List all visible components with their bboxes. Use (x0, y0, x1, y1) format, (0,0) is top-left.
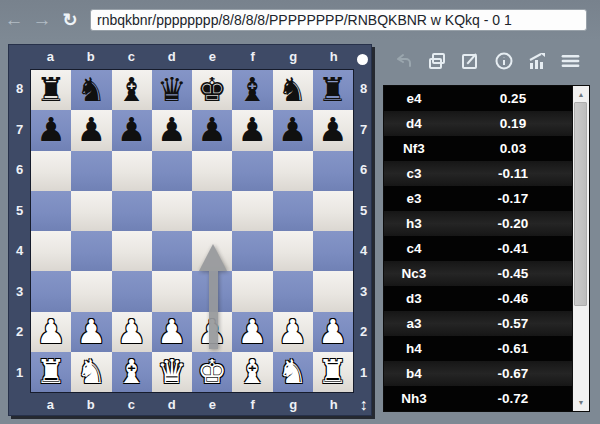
move-san: h4 (384, 341, 444, 356)
rank-label-7: 7 (9, 110, 30, 151)
move-eval: 0.19 (468, 116, 558, 131)
rank-label-8: 8 (354, 69, 373, 110)
move-san: b4 (384, 366, 444, 381)
move-eval: -0.72 (468, 391, 558, 406)
menu-icon[interactable] (560, 51, 581, 72)
black-king[interactable]: ♚ (192, 70, 232, 110)
scrollbar-thumb[interactable] (574, 102, 587, 306)
move-san: c4 (384, 241, 444, 256)
black-rook[interactable]: ♜ (31, 70, 71, 110)
square-b6[interactable] (71, 151, 111, 191)
square-f6[interactable] (232, 151, 272, 191)
white-bishop[interactable]: ♝ (112, 352, 152, 392)
board-corner (9, 45, 30, 69)
square-e8[interactable]: ♚ (192, 70, 232, 110)
file-label-a: a (30, 393, 71, 417)
forward-icon[interactable]: → (28, 9, 56, 31)
info-icon[interactable] (493, 51, 514, 72)
square-a4[interactable] (31, 231, 71, 271)
square-h7[interactable]: ♟ (313, 110, 353, 150)
file-label-h: h (314, 45, 355, 69)
white-bishop[interactable]: ♝ (232, 352, 272, 392)
scroll-down-icon[interactable]: ▼ (573, 395, 589, 410)
squares-grid: ♜♞♝♛♚♝♞♜♟♟♟♟♟♟♟♟♟♟♟♟♟♟♟♟♜♞♝♛♚♝♞♜ (31, 70, 353, 392)
analysis-toolbar (384, 46, 590, 76)
square-d1[interactable]: ♛ (152, 352, 192, 392)
move-san: d3 (384, 291, 444, 306)
move-san: Nc3 (384, 266, 444, 281)
rank-label-5: 5 (354, 191, 373, 232)
square-g3[interactable] (273, 271, 313, 311)
move-row-h4[interactable]: h4-0.61 (384, 336, 572, 361)
analysis-panel: e40.25d40.19Nf30.03c3-0.11e3-0.17h3-0.20… (383, 85, 590, 412)
square-f5[interactable] (232, 191, 272, 231)
move-san: e4 (384, 91, 444, 106)
square-f8[interactable]: ♝ (232, 70, 272, 110)
file-label-e: e (192, 393, 233, 417)
square-c1[interactable]: ♝ (112, 352, 152, 392)
white-rook[interactable]: ♜ (31, 352, 71, 392)
move-eval: -0.20 (468, 216, 558, 231)
move-list: e40.25d40.19Nf30.03c3-0.11e3-0.17h3-0.20… (384, 86, 572, 411)
rank-label-8: 8 (9, 69, 30, 110)
white-queen[interactable]: ♛ (152, 352, 192, 392)
square-c8[interactable]: ♝ (112, 70, 152, 110)
fen-input[interactable] (90, 9, 587, 31)
undo-icon[interactable] (393, 51, 414, 72)
move-eval: -0.17 (468, 191, 558, 206)
rank-label-3: 3 (354, 272, 373, 313)
white-pawn[interactable]: ♟ (313, 312, 353, 352)
square-a1[interactable]: ♜ (31, 352, 71, 392)
black-pawn[interactable]: ♟ (152, 110, 192, 150)
square-d8[interactable]: ♛ (152, 70, 192, 110)
square-h2[interactable]: ♟ (313, 312, 353, 352)
copy-icon[interactable] (426, 51, 447, 72)
rank-labels-left: 87654321 (9, 69, 30, 393)
square-d3[interactable] (152, 271, 192, 311)
file-label-f: f (233, 45, 274, 69)
square-b8[interactable]: ♞ (71, 70, 111, 110)
file-label-b: b (71, 45, 112, 69)
black-pawn[interactable]: ♟ (273, 110, 313, 150)
black-pawn[interactable]: ♟ (313, 110, 353, 150)
move-row-a3[interactable]: a3-0.57 (384, 311, 572, 336)
square-a8[interactable]: ♜ (31, 70, 71, 110)
square-d4[interactable] (152, 231, 192, 271)
white-pawn[interactable]: ♟ (273, 312, 313, 352)
move-row-Nh3[interactable]: Nh3-0.72 (384, 386, 572, 411)
white-king[interactable]: ♚ (192, 352, 232, 392)
square-f3[interactable] (232, 271, 272, 311)
move-row-c3[interactable]: c3-0.11 (384, 161, 572, 186)
white-rook[interactable]: ♜ (313, 352, 353, 392)
toolbar: ← → ↻ (0, 0, 600, 40)
square-b5[interactable] (71, 191, 111, 231)
file-label-b: b (71, 393, 112, 417)
file-labels-top: abcdefgh (30, 45, 354, 69)
move-row-Nc3[interactable]: Nc3-0.45 (384, 261, 572, 286)
square-h1[interactable]: ♜ (313, 352, 353, 392)
file-label-a: a (30, 45, 71, 69)
turn-indicator-corner (354, 45, 373, 69)
rank-label-2: 2 (9, 312, 30, 353)
black-pawn[interactable]: ♟ (112, 110, 152, 150)
square-b7[interactable]: ♟ (71, 110, 111, 150)
square-g1[interactable]: ♞ (273, 352, 313, 392)
flip-corner: ↕ (354, 393, 373, 417)
square-c2[interactable]: ♟ (112, 312, 152, 352)
white-pawn[interactable]: ♟ (71, 312, 111, 352)
move-eval: -0.11 (468, 166, 558, 181)
white-pawn[interactable]: ♟ (152, 312, 192, 352)
white-knight[interactable]: ♞ (273, 352, 313, 392)
square-f4[interactable] (232, 231, 272, 271)
black-pawn[interactable]: ♟ (71, 110, 111, 150)
scroll-up-icon[interactable]: ▲ (573, 87, 589, 102)
flip-board-icon[interactable]: ↕ (354, 394, 373, 416)
square-d5[interactable] (152, 191, 192, 231)
square-b3[interactable] (71, 271, 111, 311)
file-label-d: d (152, 45, 193, 69)
file-label-g: g (273, 45, 314, 69)
black-pawn[interactable]: ♟ (232, 110, 272, 150)
rank-label-1: 1 (354, 353, 373, 394)
square-a2[interactable]: ♟ (31, 312, 71, 352)
rank-label-6: 6 (354, 150, 373, 191)
square-c7[interactable]: ♟ (112, 110, 152, 150)
square-f7[interactable]: ♟ (232, 110, 272, 150)
square-a3[interactable] (31, 271, 71, 311)
square-c3[interactable] (112, 271, 152, 311)
board-corner (9, 393, 30, 417)
square-c4[interactable] (112, 231, 152, 271)
square-a7[interactable]: ♟ (31, 110, 71, 150)
file-labels-bottom: abcdefgh (30, 393, 354, 417)
file-label-e: e (192, 45, 233, 69)
move-san: Nh3 (384, 391, 444, 406)
move-row-h3[interactable]: h3-0.20 (384, 211, 572, 236)
square-b4[interactable] (71, 231, 111, 271)
move-row-e3[interactable]: e3-0.17 (384, 186, 572, 211)
white-pawn[interactable]: ♟ (31, 312, 71, 352)
white-pawn[interactable]: ♟ (192, 312, 232, 352)
move-row-d3[interactable]: d3-0.46 (384, 286, 572, 311)
file-label-h: h (314, 393, 355, 417)
file-label-c: c (111, 393, 152, 417)
square-e6[interactable] (192, 151, 232, 191)
square-a6[interactable] (31, 151, 71, 191)
rank-label-7: 7 (354, 110, 373, 151)
rank-labels-right: 87654321 (354, 69, 373, 393)
black-pawn[interactable]: ♟ (31, 110, 71, 150)
square-f1[interactable]: ♝ (232, 352, 272, 392)
square-e3[interactable] (192, 271, 232, 311)
move-list-scrollbar[interactable]: ▲ ▼ (572, 86, 589, 411)
move-eval: -0.57 (468, 316, 558, 331)
white-knight[interactable]: ♞ (71, 352, 111, 392)
move-eval: 0.03 (468, 141, 558, 156)
white-pawn[interactable]: ♟ (232, 312, 272, 352)
black-pawn[interactable]: ♟ (192, 110, 232, 150)
square-g6[interactable] (273, 151, 313, 191)
white-pawn[interactable]: ♟ (112, 312, 152, 352)
rank-label-1: 1 (9, 353, 30, 394)
black-knight[interactable]: ♞ (273, 70, 313, 110)
move-eval: -0.61 (468, 341, 558, 356)
square-g2[interactable]: ♟ (273, 312, 313, 352)
square-g7[interactable]: ♟ (273, 110, 313, 150)
rank-label-4: 4 (354, 231, 373, 272)
square-c5[interactable] (112, 191, 152, 231)
square-h5[interactable] (313, 191, 353, 231)
square-h3[interactable] (313, 271, 353, 311)
refresh-icon[interactable]: ↻ (56, 9, 84, 31)
move-san: h3 (384, 216, 444, 231)
black-bishop[interactable]: ♝ (112, 70, 152, 110)
move-san: e3 (384, 191, 444, 206)
move-san: c3 (384, 166, 444, 181)
file-label-c: c (111, 45, 152, 69)
move-row-c4[interactable]: c4-0.41 (384, 236, 572, 261)
black-knight[interactable]: ♞ (71, 70, 111, 110)
edit-icon[interactable] (460, 51, 481, 72)
move-eval: -0.67 (468, 366, 558, 381)
square-e7[interactable]: ♟ (192, 110, 232, 150)
square-e5[interactable] (192, 191, 232, 231)
square-g5[interactable] (273, 191, 313, 231)
chart-icon[interactable] (527, 51, 548, 72)
black-rook[interactable]: ♜ (313, 70, 353, 110)
file-label-d: d (152, 393, 193, 417)
move-eval: 0.25 (468, 91, 558, 106)
black-bishop[interactable]: ♝ (232, 70, 272, 110)
rank-label-2: 2 (354, 312, 373, 353)
square-b2[interactable]: ♟ (71, 312, 111, 352)
move-eval: -0.45 (468, 266, 558, 281)
square-e2[interactable]: ♟ (192, 312, 232, 352)
square-a5[interactable] (31, 191, 71, 231)
move-san: d4 (384, 116, 444, 131)
back-icon[interactable]: ← (0, 9, 28, 31)
square-h4[interactable] (313, 231, 353, 271)
move-san: Nf3 (384, 141, 444, 156)
board-squares-area: ♜♞♝♛♚♝♞♜♟♟♟♟♟♟♟♟♟♟♟♟♟♟♟♟♜♞♝♛♚♝♞♜ (30, 69, 354, 393)
square-e4[interactable] (192, 231, 232, 271)
square-d7[interactable]: ♟ (152, 110, 192, 150)
square-c6[interactable] (112, 151, 152, 191)
rank-label-3: 3 (9, 272, 30, 313)
rank-label-5: 5 (9, 191, 30, 232)
square-d2[interactable]: ♟ (152, 312, 192, 352)
move-eval: -0.41 (468, 241, 558, 256)
file-label-g: g (273, 393, 314, 417)
rank-label-4: 4 (9, 231, 30, 272)
move-row-Nf3[interactable]: Nf30.03 (384, 136, 572, 161)
rank-label-6: 6 (9, 150, 30, 191)
square-b1[interactable]: ♞ (71, 352, 111, 392)
move-row-b4[interactable]: b4-0.67 (384, 361, 572, 386)
square-e1[interactable]: ♚ (192, 352, 232, 392)
move-row-e4[interactable]: e40.25 (384, 86, 572, 111)
square-h8[interactable]: ♜ (313, 70, 353, 110)
chess-board: abcdefgh 87654321 ♜♞♝♛♚♝♞♜♟♟♟♟♟♟♟♟♟♟♟♟♟♟… (8, 44, 372, 416)
move-san: a3 (384, 316, 444, 331)
white-to-move-indicator (357, 54, 368, 65)
move-row-d4[interactable]: d40.19 (384, 111, 572, 136)
move-eval: -0.46 (468, 291, 558, 306)
file-label-f: f (233, 393, 274, 417)
square-d6[interactable] (152, 151, 192, 191)
square-g4[interactable] (273, 231, 313, 271)
square-h6[interactable] (313, 151, 353, 191)
black-queen[interactable]: ♛ (152, 70, 192, 110)
square-g8[interactable]: ♞ (273, 70, 313, 110)
square-f2[interactable]: ♟ (232, 312, 272, 352)
